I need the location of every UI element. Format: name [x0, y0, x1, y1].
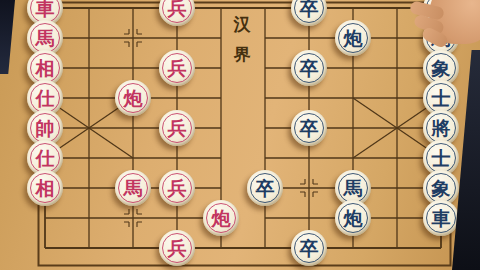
piece-character: 象 [432, 179, 451, 198]
piece-character: 兵 [168, 0, 187, 18]
piece-red-soldier[interactable]: 兵 [159, 170, 195, 206]
piece-character: 馬 [124, 179, 143, 198]
piece-red-soldier[interactable]: 兵 [159, 0, 195, 26]
piece-character: 士 [432, 89, 451, 108]
piece-black-cannon[interactable]: 炮 [335, 20, 371, 56]
piece-character: 卒 [300, 119, 319, 138]
piece-character: 仕 [36, 149, 55, 168]
piece-character: 卒 [256, 179, 275, 198]
piece-black-chariot[interactable]: 車 [423, 200, 459, 236]
piece-character: 相 [36, 179, 55, 198]
piece-character: 相 [36, 59, 55, 78]
piece-character: 馬 [344, 179, 363, 198]
piece-character: 卒 [300, 0, 319, 18]
player-hand [412, 0, 480, 58]
piece-character: 炮 [344, 209, 363, 228]
piece-character: 兵 [168, 239, 187, 258]
piece-character: 仕 [36, 89, 55, 108]
piece-character: 象 [432, 59, 451, 78]
piece-red-horse[interactable]: 馬 [115, 170, 151, 206]
piece-black-soldier[interactable]: 卒 [247, 170, 283, 206]
piece-red-cannon[interactable]: 炮 [115, 80, 151, 116]
piece-black-soldier[interactable]: 卒 [291, 0, 327, 26]
piece-character: 兵 [168, 179, 187, 198]
piece-character: 馬 [36, 29, 55, 48]
piece-character: 卒 [300, 59, 319, 78]
piece-black-soldier[interactable]: 卒 [291, 230, 327, 266]
pieces-layer: 車馬相仕帥仕相炮馬炮兵兵兵兵兵車馬象士將士象車炮馬炮卒卒卒卒卒 [0, 0, 480, 270]
piece-red-soldier[interactable]: 兵 [159, 230, 195, 266]
piece-black-cannon[interactable]: 炮 [335, 200, 371, 236]
piece-character: 炮 [344, 29, 363, 48]
piece-red-soldier[interactable]: 兵 [159, 110, 195, 146]
piece-red-cannon[interactable]: 炮 [203, 200, 239, 236]
piece-character: 兵 [168, 59, 187, 78]
xiangqi-photo-scene: 汉界 車馬相仕帥仕相炮馬炮兵兵兵兵兵車馬象士將士象車炮馬炮卒卒卒卒卒 [0, 0, 480, 270]
piece-character: 車 [432, 209, 451, 228]
piece-character: 卒 [300, 239, 319, 258]
piece-character: 將 [432, 119, 451, 138]
piece-character: 炮 [124, 89, 143, 108]
piece-character: 車 [36, 0, 55, 18]
piece-black-soldier[interactable]: 卒 [291, 110, 327, 146]
piece-black-soldier[interactable]: 卒 [291, 50, 327, 86]
piece-red-soldier[interactable]: 兵 [159, 50, 195, 86]
piece-character: 炮 [212, 209, 231, 228]
piece-red-elephant[interactable]: 相 [27, 170, 63, 206]
piece-character: 士 [432, 149, 451, 168]
piece-character: 兵 [168, 119, 187, 138]
piece-character: 帥 [36, 119, 55, 138]
